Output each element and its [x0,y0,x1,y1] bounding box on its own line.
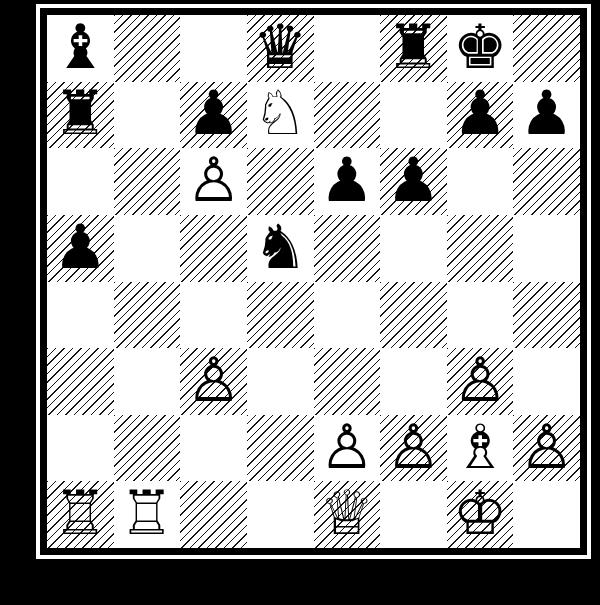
square-d7[interactable]: ♘ [247,82,314,149]
square-a4[interactable] [47,282,114,349]
piece-white-pawn[interactable]: ♙ [386,416,441,477]
square-g1[interactable]: ♔ [447,481,514,548]
square-g8[interactable]: ♚ [447,15,514,82]
square-d2[interactable] [247,415,314,482]
square-b4[interactable] [114,282,181,349]
square-g3[interactable]: ♙ [447,348,514,415]
piece-black-pawn[interactable]: ♟ [386,149,441,210]
square-d5[interactable]: ♞ [247,215,314,282]
piece-black-pawn[interactable]: ♟ [319,149,374,210]
piece-black-pawn[interactable]: ♟ [53,216,108,277]
square-e8[interactable] [314,15,381,82]
square-d1[interactable] [247,481,314,548]
square-g4[interactable] [447,282,514,349]
square-b1[interactable]: ♖ [114,481,181,548]
square-h7[interactable]: ♟ [513,82,580,149]
piece-white-queen[interactable]: ♕ [319,482,374,543]
square-h6[interactable] [513,148,580,215]
piece-black-pawn[interactable]: ♟ [453,82,508,143]
square-a2[interactable] [47,415,114,482]
piece-black-queen[interactable]: ♛ [253,16,308,77]
square-h8[interactable] [513,15,580,82]
square-b8[interactable] [114,15,181,82]
square-a8[interactable]: ♝ [47,15,114,82]
square-b5[interactable] [114,215,181,282]
square-b3[interactable] [114,348,181,415]
square-g5[interactable] [447,215,514,282]
square-f2[interactable]: ♙ [380,415,447,482]
square-b6[interactable] [114,148,181,215]
square-d4[interactable] [247,282,314,349]
square-h2[interactable]: ♙ [513,415,580,482]
piece-black-knight[interactable]: ♞ [253,216,308,277]
square-b7[interactable] [114,82,181,149]
square-a7[interactable]: ♜ [47,82,114,149]
piece-black-pawn[interactable]: ♟ [519,82,574,143]
square-h1[interactable] [513,481,580,548]
square-d8[interactable]: ♛ [247,15,314,82]
piece-black-king[interactable]: ♚ [453,16,508,77]
square-e6[interactable]: ♟ [314,148,381,215]
square-f8[interactable]: ♜ [380,15,447,82]
square-e1[interactable]: ♕ [314,481,381,548]
piece-white-rook[interactable]: ♖ [53,482,108,543]
square-d3[interactable] [247,348,314,415]
board-frame-inner: ♝♛♜♚♜♟♘♟♟♙♟♟♟♞♙♙♙♙♗♙♖♖♕♔ [40,8,587,555]
square-c4[interactable] [180,282,247,349]
square-h5[interactable] [513,215,580,282]
square-f3[interactable] [380,348,447,415]
square-e5[interactable] [314,215,381,282]
piece-black-rook[interactable]: ♜ [53,82,108,143]
square-h3[interactable] [513,348,580,415]
square-c3[interactable]: ♙ [180,348,247,415]
square-b2[interactable] [114,415,181,482]
board-frame-outer: ♝♛♜♚♜♟♘♟♟♙♟♟♟♞♙♙♙♙♗♙♖♖♕♔ [36,4,591,559]
square-f5[interactable] [380,215,447,282]
piece-white-king[interactable]: ♔ [453,482,508,543]
square-a6[interactable] [47,148,114,215]
piece-white-knight[interactable]: ♘ [253,82,308,143]
square-g2[interactable]: ♗ [447,415,514,482]
square-f4[interactable] [380,282,447,349]
piece-white-pawn[interactable]: ♙ [319,416,374,477]
square-c7[interactable]: ♟ [180,82,247,149]
square-c5[interactable] [180,215,247,282]
piece-black-bishop[interactable]: ♝ [53,16,108,77]
piece-white-pawn[interactable]: ♙ [186,349,241,410]
diagram-canvas: ♝♛♜♚♜♟♘♟♟♙♟♟♟♞♙♙♙♙♗♙♖♖♕♔ [0,0,600,605]
board: ♝♛♜♚♜♟♘♟♟♙♟♟♟♞♙♙♙♙♗♙♖♖♕♔ [47,15,580,548]
square-e7[interactable] [314,82,381,149]
square-a3[interactable] [47,348,114,415]
square-e3[interactable] [314,348,381,415]
piece-white-bishop[interactable]: ♗ [453,416,508,477]
square-c2[interactable] [180,415,247,482]
square-f7[interactable] [380,82,447,149]
piece-white-pawn[interactable]: ♙ [519,416,574,477]
square-e2[interactable]: ♙ [314,415,381,482]
square-f1[interactable] [380,481,447,548]
square-a1[interactable]: ♖ [47,481,114,548]
piece-black-rook[interactable]: ♜ [386,16,441,77]
piece-white-pawn[interactable]: ♙ [453,349,508,410]
square-a5[interactable]: ♟ [47,215,114,282]
square-c8[interactable] [180,15,247,82]
square-d6[interactable] [247,148,314,215]
square-c1[interactable] [180,481,247,548]
square-f6[interactable]: ♟ [380,148,447,215]
piece-black-pawn[interactable]: ♟ [186,82,241,143]
square-g6[interactable] [447,148,514,215]
square-c6[interactable]: ♙ [180,148,247,215]
square-h4[interactable] [513,282,580,349]
piece-white-pawn[interactable]: ♙ [186,149,241,210]
square-e4[interactable] [314,282,381,349]
piece-white-rook[interactable]: ♖ [120,482,175,543]
square-g7[interactable]: ♟ [447,82,514,149]
